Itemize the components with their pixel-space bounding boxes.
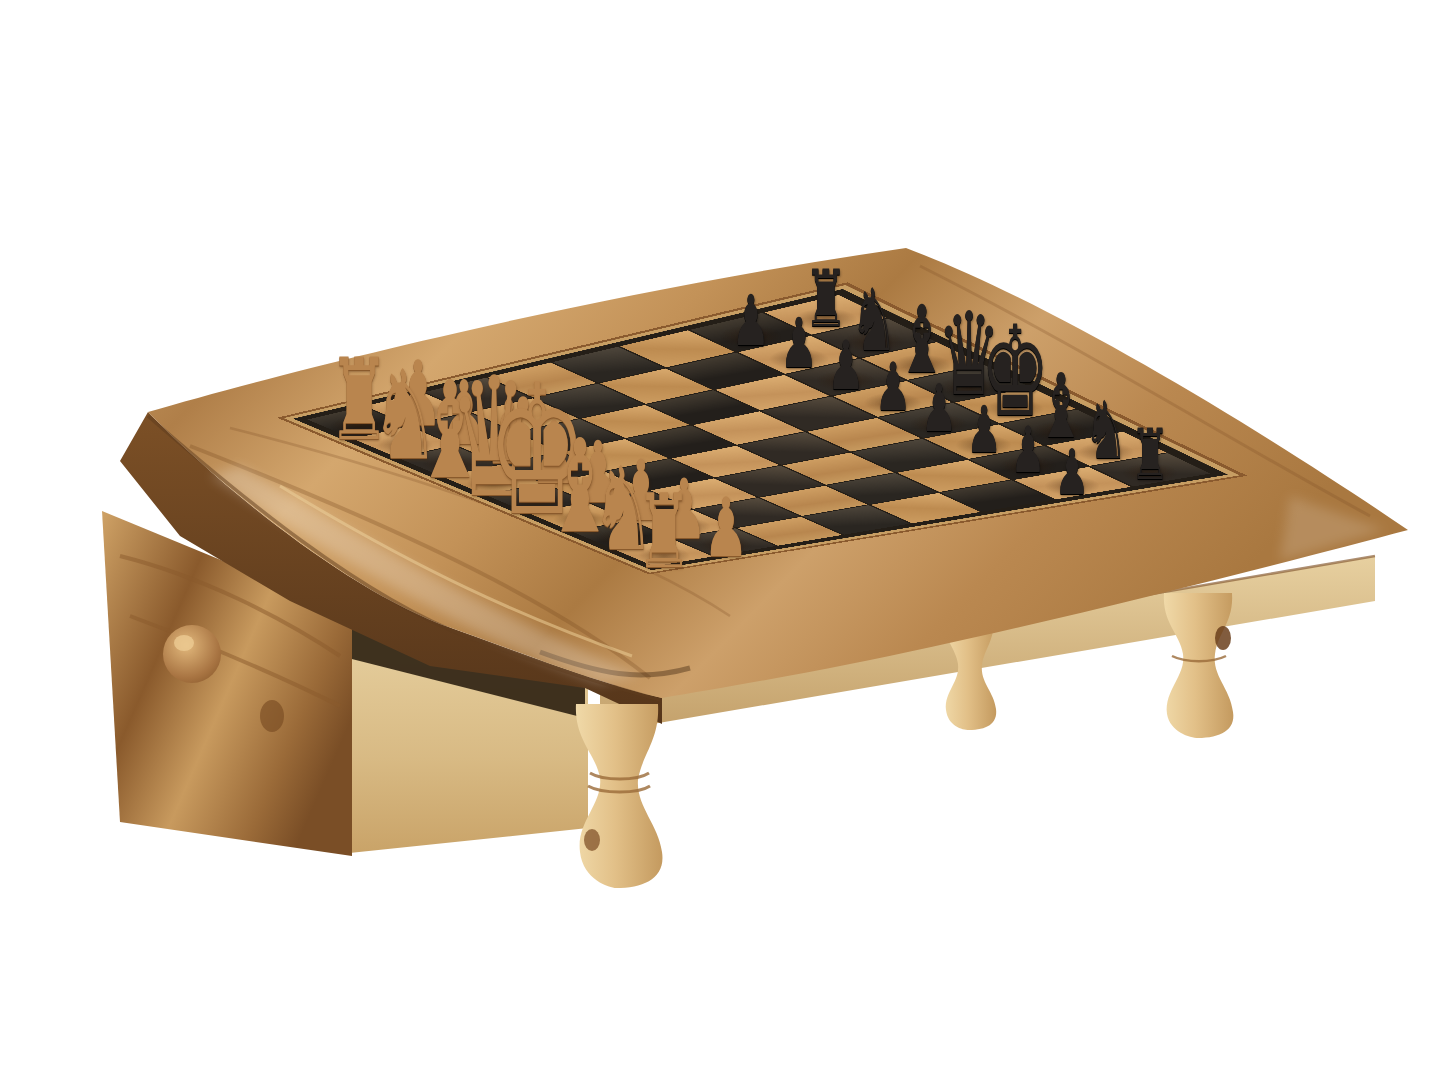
leg-knot xyxy=(1215,626,1231,650)
chess-set-photo: ♜♞♝♛♚♝♞♜♟♟♟♟♟♟♟♟♟♟♟♟♟♟♟♟♜♞♝♛♚♝♞♜ Handcra… xyxy=(40,16,1445,1084)
drawer-knob-sheen xyxy=(174,635,194,651)
drawer-front-knot xyxy=(260,700,284,732)
drawer-knob[interactable] xyxy=(163,625,221,683)
front-left-leg-knot xyxy=(584,829,600,851)
back-right-leg xyxy=(1164,593,1234,738)
front-left-leg xyxy=(576,704,663,888)
